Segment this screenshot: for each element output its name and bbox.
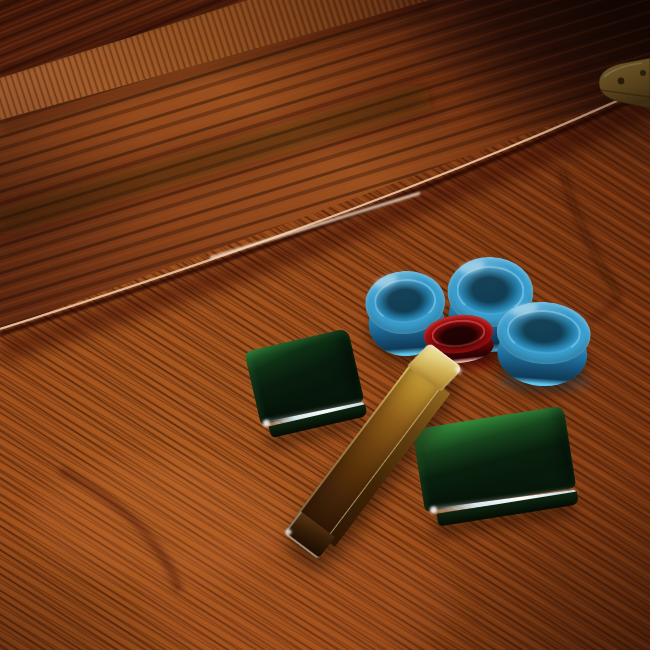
green-block-1[interactable] <box>244 328 368 440</box>
games-table-scene <box>0 0 650 650</box>
green-block-2[interactable] <box>412 406 579 529</box>
blue-disc-3[interactable] <box>493 299 593 389</box>
pieces-layer <box>0 0 650 650</box>
